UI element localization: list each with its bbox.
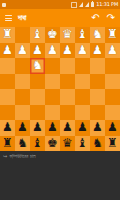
board-square[interactable] bbox=[15, 58, 30, 74]
battery-icon bbox=[91, 2, 94, 7]
black-rook-piece: ♜ bbox=[0, 136, 15, 152]
redo-button[interactable]: ↷ bbox=[107, 9, 115, 27]
board-square[interactable] bbox=[45, 105, 60, 121]
black-bishop-piece: ♝ bbox=[75, 136, 90, 152]
white-pawn-piece: ♟ bbox=[90, 43, 105, 59]
board-square[interactable]: ♝ bbox=[30, 27, 45, 43]
board-square[interactable]: ♟ bbox=[105, 120, 120, 136]
sim-icon bbox=[71, 2, 77, 8]
board-square[interactable]: ♟ bbox=[60, 120, 75, 136]
black-pawn-piece: ♟ bbox=[0, 120, 15, 136]
white-rook-piece: ♜ bbox=[0, 27, 15, 43]
board-square[interactable]: ♛ bbox=[60, 27, 75, 43]
board-square[interactable]: ♟ bbox=[60, 43, 75, 59]
board-square[interactable]: ♞ bbox=[90, 136, 105, 152]
board-square[interactable]: ♚ bbox=[45, 27, 60, 43]
board-square[interactable] bbox=[105, 58, 120, 74]
board-square[interactable] bbox=[30, 89, 45, 105]
chess-board: ♜♝♚♛♝♞♜♟♟♟♟♟♟♟♟♞♟♟♟♟♟♟♟♟♜♞♝♚♛♝♞♜ bbox=[0, 27, 120, 151]
status-bar: 11:31 PM bbox=[0, 0, 120, 9]
board-square[interactable] bbox=[105, 89, 120, 105]
board-square[interactable] bbox=[60, 58, 75, 74]
white-bishop-piece: ♝ bbox=[75, 27, 90, 43]
hamburger-menu-icon[interactable] bbox=[5, 15, 12, 21]
black-king-piece: ♚ bbox=[45, 136, 60, 152]
white-pawn-piece: ♟ bbox=[15, 43, 30, 59]
board-square[interactable]: ♞ bbox=[30, 58, 45, 74]
board-square[interactable]: ♜ bbox=[105, 136, 120, 152]
board-square[interactable]: ♟ bbox=[90, 120, 105, 136]
black-rook-piece: ♜ bbox=[105, 136, 120, 152]
white-knight-piece: ♞ bbox=[30, 58, 45, 74]
board-square[interactable]: ♝ bbox=[30, 136, 45, 152]
board-square[interactable] bbox=[30, 74, 45, 90]
board-square[interactable]: ♟ bbox=[75, 120, 90, 136]
board-square[interactable] bbox=[0, 74, 15, 90]
white-queen-piece: ♛ bbox=[60, 27, 75, 43]
board-square[interactable]: ♛ bbox=[60, 136, 75, 152]
board-square[interactable]: ♞ bbox=[15, 136, 30, 152]
black-pawn-piece: ♟ bbox=[30, 120, 45, 136]
board-square[interactable] bbox=[75, 58, 90, 74]
board-square[interactable]: ♟ bbox=[30, 43, 45, 59]
board-square[interactable]: ♟ bbox=[0, 43, 15, 59]
black-pawn-piece: ♟ bbox=[75, 120, 90, 136]
board-square[interactable] bbox=[15, 27, 30, 43]
black-pawn-piece: ♟ bbox=[45, 120, 60, 136]
board-square[interactable]: ♟ bbox=[30, 120, 45, 136]
board-square[interactable]: ♟ bbox=[45, 43, 60, 59]
white-bishop-piece: ♝ bbox=[30, 27, 45, 43]
app-title: দাবা bbox=[18, 14, 26, 22]
last-move-icon: ↪ bbox=[3, 153, 7, 160]
white-pawn-piece: ♟ bbox=[30, 43, 45, 59]
board-square[interactable] bbox=[0, 105, 15, 121]
white-pawn-piece: ♟ bbox=[45, 43, 60, 59]
board-square[interactable] bbox=[90, 58, 105, 74]
board-square[interactable]: ♟ bbox=[15, 120, 30, 136]
board-square[interactable] bbox=[30, 105, 45, 121]
board-square[interactable]: ♟ bbox=[0, 120, 15, 136]
board-square[interactable] bbox=[45, 89, 60, 105]
board-square[interactable] bbox=[15, 74, 30, 90]
board-square[interactable]: ♚ bbox=[45, 136, 60, 152]
black-queen-piece: ♛ bbox=[60, 136, 75, 152]
board-square[interactable] bbox=[105, 105, 120, 121]
board-square[interactable] bbox=[60, 105, 75, 121]
board-square[interactable] bbox=[0, 89, 15, 105]
board-square[interactable] bbox=[45, 74, 60, 90]
move-status-text: কম্পিউটারের চাল bbox=[9, 153, 35, 160]
board-square[interactable]: ♞ bbox=[90, 27, 105, 43]
board-square[interactable] bbox=[60, 74, 75, 90]
board-square[interactable]: ♟ bbox=[90, 43, 105, 59]
board-square[interactable] bbox=[90, 89, 105, 105]
status-time: 11:31 PM bbox=[96, 0, 118, 9]
signal-icon bbox=[79, 2, 83, 7]
app-toolbar: দাবা ↶ ↷ bbox=[0, 9, 120, 27]
board-square[interactable]: ♟ bbox=[105, 43, 120, 59]
board-square[interactable]: ♜ bbox=[105, 27, 120, 43]
undo-button[interactable]: ↶ bbox=[91, 9, 99, 27]
black-pawn-piece: ♟ bbox=[90, 120, 105, 136]
board-square[interactable] bbox=[75, 89, 90, 105]
board-square[interactable] bbox=[15, 105, 30, 121]
black-pawn-piece: ♟ bbox=[15, 120, 30, 136]
black-pawn-piece: ♟ bbox=[60, 120, 75, 136]
board-square[interactable]: ♟ bbox=[45, 120, 60, 136]
black-knight-piece: ♞ bbox=[15, 136, 30, 152]
board-square[interactable]: ♜ bbox=[0, 27, 15, 43]
board-square[interactable]: ♟ bbox=[75, 43, 90, 59]
white-pawn-piece: ♟ bbox=[60, 43, 75, 59]
white-pawn-piece: ♟ bbox=[0, 43, 15, 59]
board-square[interactable] bbox=[90, 74, 105, 90]
board-square[interactable] bbox=[75, 105, 90, 121]
board-square[interactable] bbox=[105, 74, 120, 90]
board-square[interactable]: ♝ bbox=[75, 27, 90, 43]
white-king-piece: ♚ bbox=[45, 27, 60, 43]
board-square[interactable] bbox=[15, 89, 30, 105]
black-pawn-piece: ♟ bbox=[105, 120, 120, 136]
black-bishop-piece: ♝ bbox=[30, 136, 45, 152]
board-square[interactable] bbox=[45, 58, 60, 74]
white-rook-piece: ♜ bbox=[105, 27, 120, 43]
board-square[interactable] bbox=[75, 74, 90, 90]
white-pawn-piece: ♟ bbox=[105, 43, 120, 59]
board-square[interactable] bbox=[0, 58, 15, 74]
white-pawn-piece: ♟ bbox=[75, 43, 90, 59]
notification-icon bbox=[2, 3, 6, 7]
board-square[interactable] bbox=[90, 105, 105, 121]
board-square[interactable]: ♜ bbox=[0, 136, 15, 152]
wifi-icon bbox=[85, 2, 89, 7]
board-square[interactable] bbox=[60, 89, 75, 105]
move-status-panel: ↪ কম্পিউটারের চাল bbox=[0, 151, 120, 200]
white-knight-piece: ♞ bbox=[90, 27, 105, 43]
board-square[interactable]: ♟ bbox=[15, 43, 30, 59]
board-square[interactable]: ♝ bbox=[75, 136, 90, 152]
black-knight-piece: ♞ bbox=[90, 136, 105, 152]
